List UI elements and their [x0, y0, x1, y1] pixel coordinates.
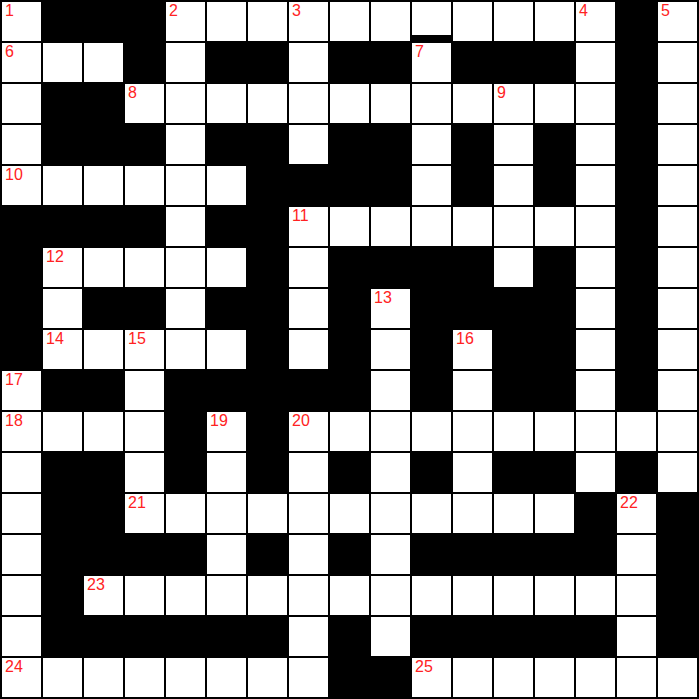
- cell-r6-c2[interactable]: [84, 248, 123, 287]
- block-r13-c4: [166, 535, 205, 574]
- block-r4-c6: [248, 166, 287, 205]
- block-r12-c14: [576, 494, 615, 533]
- block-r5-c3: [125, 207, 164, 246]
- block-r1-c12: [494, 43, 533, 82]
- block-r13-c16: [658, 535, 697, 574]
- clue-number-2: 2: [169, 3, 178, 20]
- cell-r12-c13[interactable]: [535, 494, 574, 533]
- clue-number-8: 8: [128, 85, 137, 102]
- block-r9-c12: [494, 371, 533, 410]
- cell-r12-c0[interactable]: [2, 494, 41, 533]
- cell-r7-c1[interactable]: [43, 289, 82, 328]
- cell-r4-c5[interactable]: [207, 166, 246, 205]
- block-r15-c8: [330, 617, 369, 656]
- block-r11-c1: [43, 453, 82, 492]
- cell-r16-c2[interactable]: [84, 658, 123, 697]
- block-r5-c15: [617, 207, 656, 246]
- cell-r7-c16[interactable]: [658, 289, 697, 328]
- cell-r10-c1[interactable]: [43, 412, 82, 451]
- block-r9-c8: [330, 371, 369, 410]
- cell-r2-c8[interactable]: [330, 84, 369, 123]
- block-r4-c13: [535, 166, 574, 205]
- cell-r10-c0[interactable]: 18: [2, 412, 41, 451]
- cell-r10-c14[interactable]: [576, 412, 615, 451]
- block-r4-c8: [330, 166, 369, 205]
- cell-r13-c5[interactable]: [207, 535, 246, 574]
- block-r3-c11: [453, 125, 492, 164]
- cell-r5-c8[interactable]: [330, 207, 369, 246]
- cell-r15-c7[interactable]: [289, 617, 328, 656]
- cell-r6-c1[interactable]: 12: [43, 248, 82, 287]
- cell-r11-c0[interactable]: [2, 453, 41, 492]
- cell-r0-c5[interactable]: [207, 2, 246, 41]
- cell-r4-c1[interactable]: [43, 166, 82, 205]
- cell-r9-c0[interactable]: 17: [2, 371, 41, 410]
- cell-r3-c14[interactable]: [576, 125, 615, 164]
- block-r6-c8: [330, 248, 369, 287]
- cell-r2-c5[interactable]: [207, 84, 246, 123]
- cell-r12-c6[interactable]: [248, 494, 287, 533]
- block-r8-c10: [412, 330, 451, 369]
- cell-r1-c10[interactable]: 7: [412, 43, 451, 82]
- cell-r2-c14[interactable]: [576, 84, 615, 123]
- cell-r5-c13[interactable]: [535, 207, 574, 246]
- cell-r12-c9[interactable]: [371, 494, 410, 533]
- cell-r8-c9[interactable]: [371, 330, 410, 369]
- cell-r16-c16[interactable]: [658, 658, 697, 697]
- cell-r0-c9[interactable]: [371, 2, 410, 41]
- block-r8-c13: [535, 330, 574, 369]
- cell-r14-c14[interactable]: [576, 576, 615, 615]
- block-r9-c10: [412, 371, 451, 410]
- cell-r14-c13[interactable]: [535, 576, 574, 615]
- cell-r7-c9[interactable]: 13: [371, 289, 410, 328]
- cell-r4-c3[interactable]: [125, 166, 164, 205]
- cell-r8-c14[interactable]: [576, 330, 615, 369]
- cell-r9-c16[interactable]: [658, 371, 697, 410]
- clue-number-17: 17: [5, 372, 23, 389]
- block-r11-c12: [494, 453, 533, 492]
- cell-r15-c15[interactable]: [617, 617, 656, 656]
- cell-r14-c6[interactable]: [248, 576, 287, 615]
- cell-r1-c16[interactable]: [658, 43, 697, 82]
- cell-r11-c11[interactable]: [453, 453, 492, 492]
- block-r6-c6: [248, 248, 287, 287]
- cell-r13-c7[interactable]: [289, 535, 328, 574]
- cell-r11-c7[interactable]: [289, 453, 328, 492]
- block-r15-c11: [453, 617, 492, 656]
- cell-r0-c4[interactable]: 2: [166, 2, 205, 41]
- clue-number-12: 12: [46, 249, 64, 266]
- clue-number-22: 22: [620, 495, 638, 512]
- block-r16-c8: [330, 658, 369, 697]
- cell-r14-c5[interactable]: [207, 576, 246, 615]
- cell-r5-c9[interactable]: [371, 207, 410, 246]
- cell-r0-c16[interactable]: 5: [658, 2, 697, 41]
- block-r13-c6: [248, 535, 287, 574]
- cell-r11-c5[interactable]: [207, 453, 246, 492]
- cell-r16-c3[interactable]: [125, 658, 164, 697]
- block-r1-c6: [248, 43, 287, 82]
- clue-number-25: 25: [415, 659, 433, 676]
- block-r15-c3: [125, 617, 164, 656]
- block-r15-c4: [166, 617, 205, 656]
- block-r0-c2: [84, 2, 123, 41]
- block-r7-c11: [453, 289, 492, 328]
- cell-r14-c11[interactable]: [453, 576, 492, 615]
- cell-r16-c11[interactable]: [453, 658, 492, 697]
- cell-r10-c7[interactable]: 20: [289, 412, 328, 451]
- cell-r1-c7[interactable]: [289, 43, 328, 82]
- cell-r13-c0[interactable]: [2, 535, 41, 574]
- block-r3-c8: [330, 125, 369, 164]
- cell-r2-c16[interactable]: [658, 84, 697, 123]
- block-r13-c1: [43, 535, 82, 574]
- cell-r4-c12[interactable]: [494, 166, 533, 205]
- cell-r7-c14[interactable]: [576, 289, 615, 328]
- cell-r3-c4[interactable]: [166, 125, 205, 164]
- block-r1-c5: [207, 43, 246, 82]
- cell-r5-c11[interactable]: [453, 207, 492, 246]
- block-r6-c15: [617, 248, 656, 287]
- clue-number-15: 15: [128, 331, 146, 348]
- block-r9-c4: [166, 371, 205, 410]
- block-r13-c3: [125, 535, 164, 574]
- block-r15-c6: [248, 617, 287, 656]
- block-r8-c15: [617, 330, 656, 369]
- cell-r5-c12[interactable]: [494, 207, 533, 246]
- block-r8-c12: [494, 330, 533, 369]
- block-r7-c0: [2, 289, 41, 328]
- block-r11-c13: [535, 453, 574, 492]
- cell-r11-c3[interactable]: [125, 453, 164, 492]
- block-r15-c13: [535, 617, 574, 656]
- cell-r13-c15[interactable]: [617, 535, 656, 574]
- block-r1-c15: [617, 43, 656, 82]
- cell-r10-c10[interactable]: [412, 412, 451, 451]
- cell-r10-c5[interactable]: 19: [207, 412, 246, 451]
- clue-number-3: 3: [292, 3, 301, 20]
- clue-number-13: 13: [374, 290, 392, 307]
- cell-r10-c2[interactable]: [84, 412, 123, 451]
- cell-r12-c7[interactable]: [289, 494, 328, 533]
- cell-r16-c1[interactable]: [43, 658, 82, 697]
- block-r5-c2: [84, 207, 123, 246]
- cell-r10-c9[interactable]: [371, 412, 410, 451]
- cell-r5-c16[interactable]: [658, 207, 697, 246]
- block-r13-c12: [494, 535, 533, 574]
- cell-r5-c4[interactable]: [166, 207, 205, 246]
- cell-r14-c15[interactable]: [617, 576, 656, 615]
- cell-r10-c8[interactable]: [330, 412, 369, 451]
- cell-r1-c14[interactable]: [576, 43, 615, 82]
- block-r16-c9: [371, 658, 410, 697]
- cell-r16-c12[interactable]: [494, 658, 533, 697]
- cell-r16-c7[interactable]: [289, 658, 328, 697]
- cell-r2-c3[interactable]: 8: [125, 84, 164, 123]
- block-r7-c10: [412, 289, 451, 328]
- block-r15-c12: [494, 617, 533, 656]
- cell-r2-c7[interactable]: [289, 84, 328, 123]
- cell-r8-c3[interactable]: 15: [125, 330, 164, 369]
- block-r13-c8: [330, 535, 369, 574]
- cell-r11-c16[interactable]: [658, 453, 697, 492]
- block-r7-c13: [535, 289, 574, 328]
- cell-r4-c16[interactable]: [658, 166, 697, 205]
- block-r9-c5: [207, 371, 246, 410]
- block-r5-c0: [2, 207, 41, 246]
- cell-r14-c3[interactable]: [125, 576, 164, 615]
- cell-r11-c14[interactable]: [576, 453, 615, 492]
- block-r12-c2: [84, 494, 123, 533]
- block-r15-c1: [43, 617, 82, 656]
- block-r15-c5: [207, 617, 246, 656]
- cell-r10-c15[interactable]: [617, 412, 656, 451]
- cell-r10-c16[interactable]: [658, 412, 697, 451]
- cell-r6-c3[interactable]: [125, 248, 164, 287]
- cell-r8-c11[interactable]: 16: [453, 330, 492, 369]
- cell-r0-c11[interactable]: [453, 2, 492, 41]
- block-r2-c15: [617, 84, 656, 123]
- block-r7-c15: [617, 289, 656, 328]
- block-r8-c8: [330, 330, 369, 369]
- cell-r3-c16[interactable]: [658, 125, 697, 164]
- cell-r12-c12[interactable]: [494, 494, 533, 533]
- cell-r9-c14[interactable]: [576, 371, 615, 410]
- block-r1-c3: [125, 43, 164, 82]
- cell-r0-c0[interactable]: 1: [2, 2, 41, 41]
- cell-r13-c9[interactable]: [371, 535, 410, 574]
- cell-r12-c4[interactable]: [166, 494, 205, 533]
- block-r8-c6: [248, 330, 287, 369]
- cell-r16-c4[interactable]: [166, 658, 205, 697]
- cell-r2-c11[interactable]: [453, 84, 492, 123]
- block-r14-c16: [658, 576, 697, 615]
- block-r1-c13: [535, 43, 574, 82]
- block-r9-c2: [84, 371, 123, 410]
- cell-r16-c0[interactable]: 24: [2, 658, 41, 697]
- block-r6-c11: [453, 248, 492, 287]
- cell-r0-c7[interactable]: 3: [289, 2, 328, 41]
- block-r9-c13: [535, 371, 574, 410]
- cell-r3-c12[interactable]: [494, 125, 533, 164]
- cell-r14-c4[interactable]: [166, 576, 205, 615]
- cell-r6-c5[interactable]: [207, 248, 246, 287]
- clue-number-6: 6: [5, 44, 14, 61]
- cell-r16-c6[interactable]: [248, 658, 287, 697]
- block-r14-c1: [43, 576, 82, 615]
- cell-r9-c11[interactable]: [453, 371, 492, 410]
- cell-r14-c9[interactable]: [371, 576, 410, 615]
- block-r12-c16: [658, 494, 697, 533]
- cell-r14-c2[interactable]: 23: [84, 576, 123, 615]
- block-r11-c6: [248, 453, 287, 492]
- block-r3-c1: [43, 125, 82, 164]
- block-r11-c4: [166, 453, 205, 492]
- block-r1-c11: [453, 43, 492, 82]
- block-r8-c0: [2, 330, 41, 369]
- cell-r1-c2[interactable]: [84, 43, 123, 82]
- cell-r9-c3[interactable]: [125, 371, 164, 410]
- block-r7-c6: [248, 289, 287, 328]
- cell-r16-c15[interactable]: [617, 658, 656, 697]
- block-r3-c2: [84, 125, 123, 164]
- cell-r0-c6[interactable]: [248, 2, 287, 41]
- cell-r1-c0[interactable]: 6: [2, 43, 41, 82]
- cell-r14-c8[interactable]: [330, 576, 369, 615]
- block-r4-c15: [617, 166, 656, 205]
- cell-r10-c13[interactable]: [535, 412, 574, 451]
- cell-r10-c12[interactable]: [494, 412, 533, 451]
- block-r11-c2: [84, 453, 123, 492]
- cell-r7-c4[interactable]: [166, 289, 205, 328]
- block-r10-c4: [166, 412, 205, 451]
- block-r3-c15: [617, 125, 656, 164]
- cell-r0-c12[interactable]: [494, 2, 533, 41]
- cell-r4-c14[interactable]: [576, 166, 615, 205]
- cell-r5-c10[interactable]: [412, 207, 451, 246]
- block-r13-c14: [576, 535, 615, 574]
- block-r13-c10: [412, 535, 451, 574]
- cell-r15-c0[interactable]: [2, 617, 41, 656]
- block-r7-c8: [330, 289, 369, 328]
- cell-r6-c16[interactable]: [658, 248, 697, 287]
- block-r6-c13: [535, 248, 574, 287]
- block-r10-c6: [248, 412, 287, 451]
- cell-r16-c13[interactable]: [535, 658, 574, 697]
- cell-r6-c4[interactable]: [166, 248, 205, 287]
- block-r11-c8: [330, 453, 369, 492]
- cell-r2-c9[interactable]: [371, 84, 410, 123]
- block-r4-c11: [453, 166, 492, 205]
- cell-r0-c13[interactable]: [535, 2, 574, 41]
- cell-r2-c10[interactable]: [412, 84, 451, 123]
- cell-r1-c1[interactable]: [43, 43, 82, 82]
- block-r4-c9: [371, 166, 410, 205]
- cell-r0-c14[interactable]: 4: [576, 2, 615, 41]
- cell-r16-c5[interactable]: [207, 658, 246, 697]
- cell-r6-c14[interactable]: [576, 248, 615, 287]
- cell-r2-c13[interactable]: [535, 84, 574, 123]
- block-r3-c9: [371, 125, 410, 164]
- block-r5-c6: [248, 207, 287, 246]
- block-r13-c11: [453, 535, 492, 574]
- clue-number-9: 9: [497, 85, 506, 102]
- block-r9-c15: [617, 371, 656, 410]
- block-r7-c2: [84, 289, 123, 328]
- cell-r8-c7[interactable]: [289, 330, 328, 369]
- clue-number-5: 5: [661, 3, 670, 20]
- cell-r15-c9[interactable]: [371, 617, 410, 656]
- cell-r1-c4[interactable]: [166, 43, 205, 82]
- clue-number-16: 16: [456, 331, 474, 348]
- block-r9-c7: [289, 371, 328, 410]
- cell-r2-c12[interactable]: 9: [494, 84, 533, 123]
- clue-number-20: 20: [292, 413, 310, 430]
- cell-r8-c2[interactable]: [84, 330, 123, 369]
- cell-r3-c0[interactable]: [2, 125, 41, 164]
- cell-r12-c10[interactable]: [412, 494, 451, 533]
- block-r3-c6: [248, 125, 287, 164]
- cell-r8-c5[interactable]: [207, 330, 246, 369]
- clue-number-10: 10: [5, 167, 23, 184]
- clue-number-4: 4: [579, 3, 588, 20]
- cell-r12-c3[interactable]: 21: [125, 494, 164, 533]
- cell-r6-c7[interactable]: [289, 248, 328, 287]
- cell-r2-c4[interactable]: [166, 84, 205, 123]
- cell-r4-c4[interactable]: [166, 166, 205, 205]
- cell-r4-c10[interactable]: [412, 166, 451, 205]
- cell-r0-c10[interactable]: [412, 2, 451, 41]
- cell-r8-c4[interactable]: [166, 330, 205, 369]
- cell-r2-c6[interactable]: [248, 84, 287, 123]
- block-r7-c12: [494, 289, 533, 328]
- cell-r3-c7[interactable]: [289, 125, 328, 164]
- cell-r16-c10[interactable]: 25: [412, 658, 451, 697]
- block-r6-c0: [2, 248, 41, 287]
- block-r5-c1: [43, 207, 82, 246]
- cell-r12-c15[interactable]: 22: [617, 494, 656, 533]
- cell-r5-c14[interactable]: [576, 207, 615, 246]
- block-r13-c2: [84, 535, 123, 574]
- block-r12-c1: [43, 494, 82, 533]
- cell-r8-c1[interactable]: 14: [43, 330, 82, 369]
- block-r0-c15: [617, 2, 656, 41]
- cell-r0-c8[interactable]: [330, 2, 369, 41]
- cell-r8-c16[interactable]: [658, 330, 697, 369]
- cell-r11-c9[interactable]: [371, 453, 410, 492]
- clue-number-18: 18: [5, 413, 23, 430]
- cell-r5-c7[interactable]: 11: [289, 207, 328, 246]
- block-r6-c10: [412, 248, 451, 287]
- cell-r10-c3[interactable]: [125, 412, 164, 451]
- cell-r14-c7[interactable]: [289, 576, 328, 615]
- block-r0-c1: [43, 2, 82, 41]
- clue-number-19: 19: [210, 413, 228, 430]
- cell-r14-c10[interactable]: [412, 576, 451, 615]
- cell-r12-c8[interactable]: [330, 494, 369, 533]
- block-r3-c5: [207, 125, 246, 164]
- block-r9-c6: [248, 371, 287, 410]
- clue-number-7: 7: [415, 44, 424, 61]
- cell-r6-c12[interactable]: [494, 248, 533, 287]
- cell-r14-c0[interactable]: [2, 576, 41, 615]
- cell-r2-c0[interactable]: [2, 84, 41, 123]
- block-r13-c13: [535, 535, 574, 574]
- block-r1-c8: [330, 43, 369, 82]
- block-r2-c1: [43, 84, 82, 123]
- cell-r3-c10[interactable]: [412, 125, 451, 164]
- cell-r10-c11[interactable]: [453, 412, 492, 451]
- cell-r14-c12[interactable]: [494, 576, 533, 615]
- cell-r4-c0[interactable]: 10: [2, 166, 41, 205]
- block-r7-c3: [125, 289, 164, 328]
- crossword-grid: 1234567891011121314151617181920212223242…: [0, 0, 699, 699]
- cell-r4-c2[interactable]: [84, 166, 123, 205]
- block-r3-c3: [125, 125, 164, 164]
- block-r4-c7: [289, 166, 328, 205]
- cell-r7-c7[interactable]: [289, 289, 328, 328]
- block-r7-c5: [207, 289, 246, 328]
- clue-number-11: 11: [292, 208, 309, 225]
- cell-r12-c5[interactable]: [207, 494, 246, 533]
- block-r11-c10: [412, 453, 451, 492]
- block-r1-c9: [371, 43, 410, 82]
- cell-r12-c11[interactable]: [453, 494, 492, 533]
- cell-r9-c9[interactable]: [371, 371, 410, 410]
- clue-number-21: 21: [128, 495, 146, 512]
- cell-r16-c14[interactable]: [576, 658, 615, 697]
